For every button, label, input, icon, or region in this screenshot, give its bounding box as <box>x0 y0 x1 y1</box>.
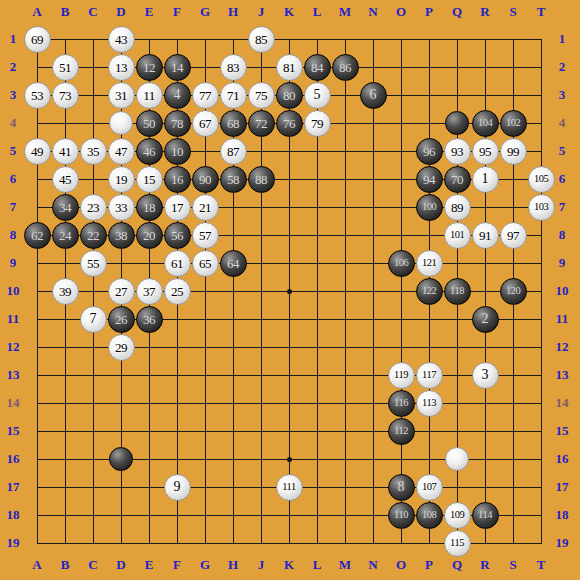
stone-white-C5-move-35: 35 <box>80 138 107 165</box>
intersection-H6: 58 <box>219 165 247 193</box>
col-label-T: T <box>527 4 555 20</box>
move-number: 102 <box>506 118 520 129</box>
stone-white-B5-move-41: 41 <box>52 138 79 165</box>
move-number: 4 <box>174 88 181 102</box>
intersection-J4: 72 <box>247 109 275 137</box>
stone-white-E10-move-37: 37 <box>136 278 163 305</box>
intersection-F7: 17 <box>163 193 191 221</box>
intersection-D11: 26 <box>107 305 135 333</box>
intersection-C7: 23 <box>79 193 107 221</box>
intersection-D8: 38 <box>107 221 135 249</box>
intersection-O17: 8 <box>387 473 415 501</box>
move-number: 17 <box>171 201 183 214</box>
stone-white-A3-move-53: 53 <box>24 82 51 109</box>
stone-white-B6-move-45: 45 <box>52 166 79 193</box>
col-label-H: H <box>219 557 247 573</box>
intersection-F3: 4 <box>163 81 191 109</box>
intersection-K17: 111 <box>275 473 303 501</box>
stone-black-J4-move-72: 72 <box>248 110 275 137</box>
intersection-D2: 13 <box>107 53 135 81</box>
stone-black-B7-move-34: 34 <box>52 194 79 221</box>
intersection-H2: 83 <box>219 53 247 81</box>
stone-white-Q18-move-109: 109 <box>444 502 471 529</box>
move-number: 61 <box>171 257 183 270</box>
stone-black-F2-move-14: 14 <box>164 54 191 81</box>
intersection-O14: 116 <box>387 389 415 417</box>
move-number: 93 <box>451 145 463 158</box>
intersection-P7: 100 <box>415 193 443 221</box>
intersection-R11: 2 <box>471 305 499 333</box>
intersection-L4: 79 <box>303 109 331 137</box>
intersection-R8: 91 <box>471 221 499 249</box>
stone-black-L2-move-84: 84 <box>304 54 331 81</box>
stone-black-E4-move-50: 50 <box>136 110 163 137</box>
stone-white-L4-move-79: 79 <box>304 110 331 137</box>
intersection-Q5: 93 <box>443 137 471 165</box>
stone-white-P13-move-117: 117 <box>416 362 443 389</box>
move-number: 19 <box>115 173 127 186</box>
intersection-O18: 110 <box>387 501 415 529</box>
stone-black-K4-move-76: 76 <box>276 110 303 137</box>
intersection-B7: 34 <box>51 193 79 221</box>
move-number: 55 <box>87 257 99 270</box>
col-label-G: G <box>191 4 219 20</box>
move-number: 94 <box>423 173 435 186</box>
move-number: 70 <box>451 173 463 186</box>
move-number: 68 <box>227 117 239 130</box>
intersection-E10: 37 <box>135 277 163 305</box>
col-label-D: D <box>107 557 135 573</box>
stone-black-D16-setup <box>109 447 133 471</box>
col-label-T: T <box>527 557 555 573</box>
intersection-A1: 69 <box>23 25 51 53</box>
move-number: 103 <box>534 202 548 213</box>
stone-white-G8-move-57: 57 <box>192 222 219 249</box>
col-label-M: M <box>331 4 359 20</box>
move-number: 116 <box>394 398 408 409</box>
go-board: ABCDEFGHJKLMNOPQRST ABCDEFGHJKLMNOPQRST … <box>0 0 580 580</box>
col-label-L: L <box>303 557 331 573</box>
move-number: 26 <box>115 313 127 326</box>
move-number: 111 <box>282 482 295 493</box>
intersection-Q18: 109 <box>443 501 471 529</box>
col-label-R: R <box>471 4 499 20</box>
move-number: 119 <box>394 370 408 381</box>
stone-white-Q16-setup <box>445 447 469 471</box>
intersection-C8: 22 <box>79 221 107 249</box>
intersection-S5: 99 <box>499 137 527 165</box>
move-number: 50 <box>143 117 155 130</box>
move-number: 100 <box>422 202 436 213</box>
intersection-O15: 112 <box>387 417 415 445</box>
intersection-N3: 6 <box>359 81 387 109</box>
intersection-G3: 77 <box>191 81 219 109</box>
stone-white-K2-move-81: 81 <box>276 54 303 81</box>
move-number: 83 <box>227 61 239 74</box>
stone-black-S10-move-120: 120 <box>500 278 527 305</box>
move-number: 99 <box>507 145 519 158</box>
move-number: 7 <box>90 312 97 326</box>
stone-white-E3-move-11: 11 <box>136 82 163 109</box>
intersection-D4 <box>107 109 135 137</box>
intersection-E5: 46 <box>135 137 163 165</box>
intersection-Q16 <box>443 445 471 473</box>
col-label-L: L <box>303 4 331 20</box>
stone-white-D1-move-43: 43 <box>108 26 135 53</box>
stone-black-E8-move-20: 20 <box>136 222 163 249</box>
stone-black-B8-move-24: 24 <box>52 222 79 249</box>
move-number: 47 <box>115 145 127 158</box>
intersection-B2: 51 <box>51 53 79 81</box>
move-number: 76 <box>283 117 295 130</box>
col-label-F: F <box>163 557 191 573</box>
move-number: 107 <box>422 482 436 493</box>
col-label-C: C <box>79 557 107 573</box>
move-number: 73 <box>59 89 71 102</box>
col-label-O: O <box>387 557 415 573</box>
stone-white-C11-move-7: 7 <box>80 306 107 333</box>
intersection-P17: 107 <box>415 473 443 501</box>
stone-white-C9-move-55: 55 <box>80 250 107 277</box>
move-number: 112 <box>394 426 408 437</box>
move-number: 120 <box>506 286 520 297</box>
stone-white-R5-move-95: 95 <box>472 138 499 165</box>
move-number: 23 <box>87 201 99 214</box>
intersection-F2: 14 <box>163 53 191 81</box>
stone-white-A1-move-69: 69 <box>24 26 51 53</box>
intersection-F4: 78 <box>163 109 191 137</box>
col-label-P: P <box>415 4 443 20</box>
intersection-G9: 65 <box>191 249 219 277</box>
intersection-K3: 80 <box>275 81 303 109</box>
stone-black-O9-move-106: 106 <box>388 250 415 277</box>
intersection-G7: 21 <box>191 193 219 221</box>
move-number: 117 <box>422 370 436 381</box>
intersection-G6: 90 <box>191 165 219 193</box>
col-label-A: A <box>23 557 51 573</box>
stone-black-O15-move-112: 112 <box>388 418 415 445</box>
stone-white-D4-setup <box>109 111 133 135</box>
move-number: 8 <box>398 480 405 494</box>
stone-black-D11-move-26: 26 <box>108 306 135 333</box>
col-label-D: D <box>107 4 135 20</box>
move-number: 49 <box>31 145 43 158</box>
stone-black-C8-move-22: 22 <box>80 222 107 249</box>
intersection-R6: 1 <box>471 165 499 193</box>
intersection-B5: 41 <box>51 137 79 165</box>
stone-white-S8-move-97: 97 <box>500 222 527 249</box>
col-label-B: B <box>51 557 79 573</box>
col-label-K: K <box>275 4 303 20</box>
move-number: 113 <box>422 398 436 409</box>
move-number: 53 <box>31 89 43 102</box>
col-label-F: F <box>163 4 191 20</box>
col-label-O: O <box>387 4 415 20</box>
move-number: 81 <box>283 61 295 74</box>
intersection-F8: 56 <box>163 221 191 249</box>
intersection-H5: 87 <box>219 137 247 165</box>
col-label-M: M <box>331 557 359 573</box>
move-number: 80 <box>283 89 295 102</box>
col-label-A: A <box>23 4 51 20</box>
stone-white-F7-move-17: 17 <box>164 194 191 221</box>
move-number: 31 <box>115 89 127 102</box>
move-number: 18 <box>143 201 155 214</box>
move-number: 106 <box>394 258 408 269</box>
stone-black-P5-move-96: 96 <box>416 138 443 165</box>
stone-black-Q4-setup <box>445 111 469 135</box>
star-point-K16 <box>287 457 292 462</box>
intersection-O9: 106 <box>387 249 415 277</box>
intersection-D6: 19 <box>107 165 135 193</box>
move-number: 78 <box>171 117 183 130</box>
move-number: 45 <box>59 173 71 186</box>
stone-black-A8-move-62: 62 <box>24 222 51 249</box>
stone-black-G6-move-90: 90 <box>192 166 219 193</box>
col-label-H: H <box>219 4 247 20</box>
move-number: 77 <box>199 89 211 102</box>
intersection-M2: 86 <box>331 53 359 81</box>
stone-black-F8-move-56: 56 <box>164 222 191 249</box>
col-label-P: P <box>415 557 443 573</box>
stone-black-O17-move-8: 8 <box>388 474 415 501</box>
stone-black-F3-move-4: 4 <box>164 82 191 109</box>
stone-white-R6-move-1: 1 <box>472 166 499 193</box>
move-number: 5 <box>314 88 321 102</box>
move-number: 58 <box>227 173 239 186</box>
move-number: 1 <box>482 172 489 186</box>
stone-white-R8-move-91: 91 <box>472 222 499 249</box>
stone-white-G9-move-65: 65 <box>192 250 219 277</box>
intersection-Q8: 101 <box>443 221 471 249</box>
move-number: 3 <box>482 368 489 382</box>
move-number: 21 <box>199 201 211 214</box>
intersection-F10: 25 <box>163 277 191 305</box>
intersection-D5: 47 <box>107 137 135 165</box>
stone-black-E7-move-18: 18 <box>136 194 163 221</box>
intersection-H3: 71 <box>219 81 247 109</box>
stone-black-E2-move-12: 12 <box>136 54 163 81</box>
intersection-R13: 3 <box>471 361 499 389</box>
move-number: 56 <box>171 229 183 242</box>
stone-white-P17-move-107: 107 <box>416 474 443 501</box>
move-number: 71 <box>227 89 239 102</box>
intersection-J3: 75 <box>247 81 275 109</box>
intersection-O13: 119 <box>387 361 415 389</box>
intersection-D1: 43 <box>107 25 135 53</box>
stone-black-H4-move-68: 68 <box>220 110 247 137</box>
stone-white-E6-move-15: 15 <box>136 166 163 193</box>
move-number: 90 <box>199 173 211 186</box>
intersection-T7: 103 <box>527 193 555 221</box>
move-number: 114 <box>478 510 492 521</box>
stone-white-H3-move-71: 71 <box>220 82 247 109</box>
move-number: 46 <box>143 145 155 158</box>
stone-white-D5-move-47: 47 <box>108 138 135 165</box>
move-number: 122 <box>422 286 436 297</box>
move-number: 41 <box>59 145 71 158</box>
intersection-E4: 50 <box>135 109 163 137</box>
stone-white-B2-move-51: 51 <box>52 54 79 81</box>
intersection-J1: 85 <box>247 25 275 53</box>
move-number: 69 <box>31 33 43 46</box>
intersection-C5: 35 <box>79 137 107 165</box>
stone-black-R11-move-2: 2 <box>472 306 499 333</box>
intersection-E3: 11 <box>135 81 163 109</box>
column-labels-top: ABCDEFGHJKLMNOPQRST <box>23 0 555 25</box>
col-label-S: S <box>499 557 527 573</box>
move-number: 121 <box>422 258 436 269</box>
move-number: 108 <box>422 510 436 521</box>
move-number: 35 <box>87 145 99 158</box>
stone-white-S5-move-99: 99 <box>500 138 527 165</box>
stone-black-P7-move-100: 100 <box>416 194 443 221</box>
intersection-P6: 94 <box>415 165 443 193</box>
intersection-Q4 <box>443 109 471 137</box>
intersection-F9: 61 <box>163 249 191 277</box>
stone-white-A5-move-49: 49 <box>24 138 51 165</box>
move-number: 118 <box>450 286 464 297</box>
stone-white-C7-move-23: 23 <box>80 194 107 221</box>
move-number: 27 <box>115 285 127 298</box>
intersection-R18: 114 <box>471 501 499 529</box>
move-number: 16 <box>171 173 183 186</box>
stone-white-D12-move-29: 29 <box>108 334 135 361</box>
stone-white-Q19-move-115: 115 <box>444 530 471 557</box>
intersection-D16 <box>107 445 135 473</box>
stone-white-G4-move-67: 67 <box>192 110 219 137</box>
intersection-A5: 49 <box>23 137 51 165</box>
intersection-A8: 62 <box>23 221 51 249</box>
move-number: 88 <box>255 173 267 186</box>
intersection-L3: 5 <box>303 81 331 109</box>
move-number: 87 <box>227 145 239 158</box>
intersection-P13: 117 <box>415 361 443 389</box>
move-number: 9 <box>174 480 181 494</box>
col-label-Q: Q <box>443 4 471 20</box>
move-number: 13 <box>115 61 127 74</box>
stone-white-P14-move-113: 113 <box>416 390 443 417</box>
stone-black-K3-move-80: 80 <box>276 82 303 109</box>
intersection-J6: 88 <box>247 165 275 193</box>
intersection-H9: 64 <box>219 249 247 277</box>
intersection-T6: 105 <box>527 165 555 193</box>
intersection-Q7: 89 <box>443 193 471 221</box>
move-number: 51 <box>59 61 71 74</box>
intersection-P5: 96 <box>415 137 443 165</box>
col-label-N: N <box>359 4 387 20</box>
intersection-G4: 67 <box>191 109 219 137</box>
move-number: 79 <box>311 117 323 130</box>
move-number: 22 <box>87 229 99 242</box>
stone-black-S4-move-102: 102 <box>500 110 527 137</box>
intersection-E11: 36 <box>135 305 163 333</box>
intersection-S10: 120 <box>499 277 527 305</box>
move-number: 6 <box>370 88 377 102</box>
move-number: 104 <box>478 118 492 129</box>
move-number: 10 <box>171 145 183 158</box>
stone-white-B10-move-39: 39 <box>52 278 79 305</box>
intersection-F6: 16 <box>163 165 191 193</box>
intersection-S8: 97 <box>499 221 527 249</box>
stone-black-E5-move-46: 46 <box>136 138 163 165</box>
col-label-E: E <box>135 4 163 20</box>
stone-black-R4-move-104: 104 <box>472 110 499 137</box>
stone-white-O13-move-119: 119 <box>388 362 415 389</box>
stone-white-G7-move-21: 21 <box>192 194 219 221</box>
move-number: 85 <box>255 33 267 46</box>
col-label-C: C <box>79 4 107 20</box>
move-number: 75 <box>255 89 267 102</box>
intersection-D3: 31 <box>107 81 135 109</box>
star-point-K10 <box>287 289 292 294</box>
intersection-B6: 45 <box>51 165 79 193</box>
stone-white-L3-move-5: 5 <box>304 82 331 109</box>
stone-white-D3-move-31: 31 <box>108 82 135 109</box>
stone-white-T7-move-103: 103 <box>528 194 555 221</box>
intersection-R4: 104 <box>471 109 499 137</box>
stone-white-Q5-move-93: 93 <box>444 138 471 165</box>
move-number: 64 <box>227 257 239 270</box>
stone-white-D2-move-13: 13 <box>108 54 135 81</box>
stone-white-H5-move-87: 87 <box>220 138 247 165</box>
stone-black-Q10-move-118: 118 <box>444 278 471 305</box>
move-number: 14 <box>171 61 183 74</box>
move-number: 86 <box>339 61 351 74</box>
intersection-G8: 57 <box>191 221 219 249</box>
move-number: 57 <box>199 229 211 242</box>
col-label-G: G <box>191 557 219 573</box>
move-number: 24 <box>59 229 71 242</box>
col-label-J: J <box>247 557 275 573</box>
intersection-B10: 39 <box>51 277 79 305</box>
intersection-F17: 9 <box>163 473 191 501</box>
intersection-K4: 76 <box>275 109 303 137</box>
stone-white-G3-move-77: 77 <box>192 82 219 109</box>
move-number: 109 <box>450 510 464 521</box>
intersection-B8: 24 <box>51 221 79 249</box>
move-number: 89 <box>451 201 463 214</box>
stone-white-D10-move-27: 27 <box>108 278 135 305</box>
stone-white-D6-move-19: 19 <box>108 166 135 193</box>
move-number: 33 <box>115 201 127 214</box>
stone-white-D7-move-33: 33 <box>108 194 135 221</box>
col-label-J: J <box>247 4 275 20</box>
stone-white-F10-move-25: 25 <box>164 278 191 305</box>
stone-white-T6-move-105: 105 <box>528 166 555 193</box>
move-number: 65 <box>199 257 211 270</box>
stone-black-F5-move-10: 10 <box>164 138 191 165</box>
stone-white-J3-move-75: 75 <box>248 82 275 109</box>
intersection-L2: 84 <box>303 53 331 81</box>
move-number: 12 <box>143 61 155 74</box>
move-number: 39 <box>59 285 71 298</box>
stone-black-P18-move-108: 108 <box>416 502 443 529</box>
stone-black-E11-move-36: 36 <box>136 306 163 333</box>
col-label-B: B <box>51 4 79 20</box>
move-number: 84 <box>311 61 323 74</box>
stone-black-F6-move-16: 16 <box>164 166 191 193</box>
stone-black-F4-move-78: 78 <box>164 110 191 137</box>
intersection-C11: 7 <box>79 305 107 333</box>
move-number: 38 <box>115 229 127 242</box>
move-number: 67 <box>199 117 211 130</box>
move-number: 43 <box>115 33 127 46</box>
move-number: 11 <box>143 89 155 102</box>
intersection-Q10: 118 <box>443 277 471 305</box>
stone-white-K17-move-111: 111 <box>276 474 303 501</box>
stone-black-M2-move-86: 86 <box>332 54 359 81</box>
